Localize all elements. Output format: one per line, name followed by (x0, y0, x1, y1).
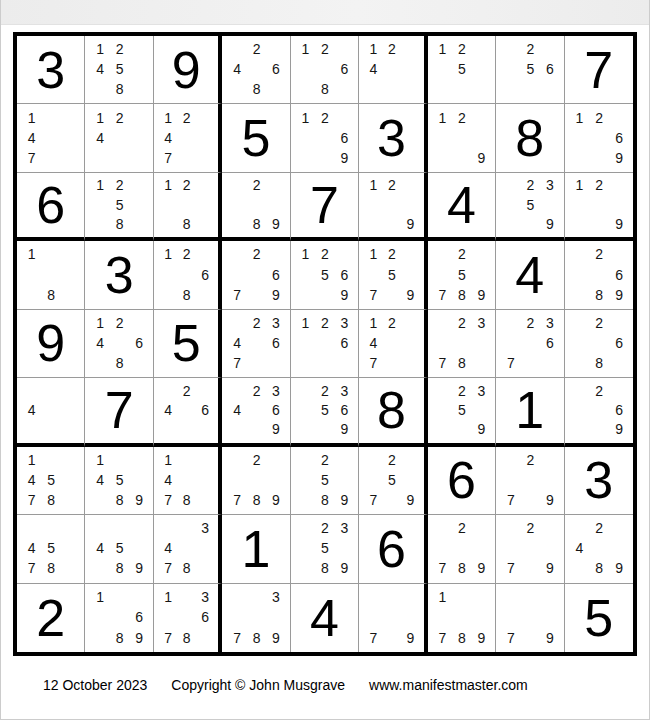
page: 3124589246812681241252567147124124751269… (0, 0, 650, 720)
candidate-digit: 5 (41, 470, 60, 490)
candidate-digit: 7 (364, 285, 382, 305)
given-digit: 6 (17, 173, 84, 237)
pencil-marks: 124 (359, 36, 423, 103)
cell-r5c8[interactable]: 2367 (496, 310, 564, 378)
cell-r5c4[interactable]: 23467 (222, 310, 290, 378)
candidate-digit: 2 (452, 313, 471, 333)
candidate-digit: 2 (521, 450, 540, 470)
candidate-digit: 7 (159, 148, 177, 168)
cell-r2c8[interactable]: 8 (496, 104, 564, 172)
candidate-digit: 2 (521, 518, 540, 538)
candidate-digit: 5 (452, 59, 471, 79)
candidate-digit: 8 (315, 490, 334, 510)
candidate-digit: 3 (196, 518, 214, 538)
pencil-marks: 1789 (428, 584, 495, 652)
candidate-digit: 9 (472, 558, 491, 578)
candidate-digit: 9 (335, 490, 354, 510)
pencil-marks: 129 (428, 104, 495, 171)
cell-r6c8[interactable]: 1 (496, 378, 564, 446)
candidate-digit: 1 (22, 450, 41, 470)
candidate-digit: 7 (433, 628, 452, 648)
candidate-digit: 6 (540, 333, 559, 353)
candidate-digit: 9 (266, 420, 285, 439)
candidate-digit: 7 (501, 490, 520, 510)
candidate-digit: 8 (110, 214, 129, 233)
candidate-digit: 7 (227, 285, 246, 305)
cell-r7c5[interactable]: 2589 (291, 447, 359, 515)
cell-r1c9[interactable]: 7 (565, 36, 633, 104)
candidate-digit: 9 (609, 558, 629, 578)
candidate-digit: 9 (609, 420, 629, 439)
cell-r3c2[interactable]: 1258 (85, 173, 153, 241)
pencil-marks: 125 (428, 36, 495, 103)
candidate-digit: 1 (90, 107, 109, 127)
cell-r4c3[interactable]: 1268 (154, 241, 222, 309)
candidate-digit: 4 (22, 128, 41, 148)
candidate-digit: 1 (364, 176, 382, 195)
candidate-digit: 2 (315, 518, 334, 538)
given-digit: 4 (496, 241, 563, 308)
candidate-digit: 3 (335, 381, 354, 400)
cell-r6c7[interactable]: 2359 (428, 378, 496, 446)
cell-r3c6[interactable]: 129 (359, 173, 427, 241)
candidate-digit: 7 (433, 353, 452, 373)
candidate-digit: 4 (90, 59, 109, 79)
candidate-digit: 2 (452, 518, 471, 538)
candidate-digit: 2 (110, 107, 129, 127)
cell-r9c9[interactable]: 5 (565, 584, 633, 652)
candidate-digit: 9 (401, 214, 419, 233)
pencil-marks: 2789 (428, 515, 495, 582)
candidate-digit: 5 (110, 195, 129, 214)
candidate-digit: 8 (110, 79, 129, 99)
candidate-digit: 9 (266, 285, 285, 305)
given-digit: 7 (565, 36, 633, 103)
candidate-digit: 2 (315, 313, 334, 333)
candidate-digit: 5 (452, 400, 471, 419)
cell-r5c3[interactable]: 5 (154, 310, 222, 378)
pencil-marks: 1258 (85, 173, 152, 237)
candidate-digit: 1 (296, 313, 315, 333)
cell-r5c7[interactable]: 2378 (428, 310, 496, 378)
candidate-digit: 8 (247, 628, 266, 648)
candidate-digit: 8 (110, 628, 129, 648)
pencil-marks: 23589 (291, 515, 358, 582)
candidate-digit: 6 (609, 400, 629, 419)
candidate-digit: 2 (247, 244, 266, 264)
cell-r1c8[interactable]: 256 (496, 36, 564, 104)
candidate-digit: 1 (90, 450, 109, 470)
candidate-digit: 9 (129, 628, 148, 648)
candidate-digit: 4 (159, 128, 177, 148)
candidate-digit: 5 (110, 538, 129, 558)
candidate-digit: 1 (159, 176, 177, 195)
candidate-digit: 8 (110, 558, 129, 578)
pencil-marks: 12579 (359, 241, 423, 308)
cell-r6c2[interactable]: 7 (85, 378, 153, 446)
candidate-digit: 6 (540, 59, 559, 79)
given-digit: 1 (222, 515, 289, 582)
cell-r4c7[interactable]: 25789 (428, 241, 496, 309)
candidate-digit: 2 (589, 313, 609, 333)
cell-r9c2[interactable]: 1689 (85, 584, 153, 652)
pencil-marks: 79 (359, 584, 423, 652)
cell-r7c7[interactable]: 6 (428, 447, 496, 515)
candidate-digit: 2 (521, 313, 540, 333)
given-digit: 7 (85, 378, 152, 442)
given-digit: 9 (154, 36, 218, 103)
cell-r8c7[interactable]: 2789 (428, 515, 496, 583)
cell-r2c6[interactable]: 3 (359, 104, 427, 172)
given-digit: 6 (428, 447, 495, 514)
given-digit: 5 (222, 104, 289, 171)
candidate-digit: 9 (129, 490, 148, 510)
given-digit: 3 (359, 104, 423, 171)
candidate-digit: 1 (159, 587, 177, 607)
cell-r8c6[interactable]: 6 (359, 515, 427, 583)
pencil-marks: 13678 (154, 584, 218, 652)
candidate-digit: 1 (90, 587, 109, 607)
candidate-digit: 2 (452, 107, 471, 127)
cell-r1c4[interactable]: 2468 (222, 36, 290, 104)
pencil-marks: 1247 (154, 104, 218, 171)
pencil-marks: 268 (565, 310, 633, 377)
pencil-marks: 23469 (222, 378, 289, 442)
pencil-marks: 2468 (222, 36, 289, 103)
pencil-marks: 279 (496, 447, 563, 514)
candidate-digit: 2 (383, 450, 401, 470)
pencil-marks: 1269 (291, 104, 358, 171)
cell-r8c3[interactable]: 3478 (154, 515, 222, 583)
candidate-digit: 9 (609, 285, 629, 305)
candidate-digit: 7 (227, 490, 246, 510)
pencil-marks: 2367 (496, 310, 563, 377)
candidate-digit: 1 (433, 107, 452, 127)
candidate-digit: 2 (452, 381, 471, 400)
cell-r2c3[interactable]: 1247 (154, 104, 222, 172)
candidate-digit: 1 (90, 176, 109, 195)
candidate-digit: 9 (609, 148, 629, 168)
candidate-digit: 2 (177, 107, 195, 127)
candidate-digit: 5 (383, 264, 401, 284)
candidate-digit: 5 (315, 538, 334, 558)
puzzle-date: 12 October 2023 (43, 677, 147, 693)
candidate-digit: 6 (335, 264, 354, 284)
candidate-digit: 8 (110, 490, 129, 510)
candidate-digit: 3 (266, 313, 285, 333)
candidate-digit: 8 (41, 490, 60, 510)
cell-r3c3[interactable]: 128 (154, 173, 222, 241)
pencil-marks: 1236 (291, 310, 358, 377)
cell-r4c8[interactable]: 4 (496, 241, 564, 309)
candidate-digit: 8 (177, 558, 195, 578)
cell-r4c4[interactable]: 2679 (222, 241, 290, 309)
candidate-digit: 8 (247, 79, 266, 99)
candidate-digit: 1 (296, 107, 315, 127)
cell-r3c7[interactable]: 4 (428, 173, 496, 241)
candidate-digit: 8 (177, 490, 195, 510)
cell-r9c1[interactable]: 2 (17, 584, 85, 652)
website-url: www.manifestmaster.com (369, 677, 528, 693)
cell-r1c1[interactable]: 3 (17, 36, 85, 104)
candidate-digit: 4 (90, 470, 109, 490)
cell-r7c6[interactable]: 2579 (359, 447, 427, 515)
candidate-digit: 2 (177, 244, 195, 264)
candidate-digit: 7 (364, 490, 382, 510)
cell-r2c7[interactable]: 129 (428, 104, 496, 172)
candidate-digit: 7 (364, 628, 382, 648)
cell-r6c3[interactable]: 246 (154, 378, 222, 446)
pencil-marks: 2689 (565, 241, 633, 308)
pencil-marks: 2359 (496, 173, 563, 237)
candidate-digit: 3 (472, 313, 491, 333)
pencil-marks: 269 (565, 378, 633, 442)
cell-r9c5[interactable]: 4 (291, 584, 359, 652)
candidate-digit: 1 (433, 587, 452, 607)
cell-r2c5[interactable]: 1269 (291, 104, 359, 172)
candidate-digit: 7 (159, 558, 177, 578)
candidate-digit: 9 (401, 285, 419, 305)
cell-r6c6[interactable]: 8 (359, 378, 427, 446)
pencil-marks: 2489 (565, 515, 633, 582)
cell-r9c4[interactable]: 3789 (222, 584, 290, 652)
pencil-marks: 2359 (428, 378, 495, 442)
candidate-digit: 2 (315, 244, 334, 264)
candidate-digit: 2 (315, 39, 334, 59)
pencil-marks: 12458 (85, 36, 152, 103)
cell-r4c1[interactable]: 18 (17, 241, 85, 309)
candidate-digit: 4 (364, 333, 382, 353)
cell-r6c5[interactable]: 23569 (291, 378, 359, 446)
candidate-digit: 2 (383, 176, 401, 195)
candidate-digit: 8 (247, 490, 266, 510)
candidate-digit: 8 (41, 285, 60, 305)
given-digit: 3 (17, 36, 84, 103)
candidate-digit: 3 (266, 381, 285, 400)
cell-r2c9[interactable]: 1269 (565, 104, 633, 172)
candidate-digit: 9 (540, 628, 559, 648)
cell-r8c4[interactable]: 1 (222, 515, 290, 583)
pencil-marks: 1689 (85, 584, 152, 652)
cell-r7c4[interactable]: 2789 (222, 447, 290, 515)
pencil-marks: 79 (496, 584, 563, 652)
cell-r7c2[interactable]: 14589 (85, 447, 153, 515)
cell-r6c4[interactable]: 23469 (222, 378, 290, 446)
pencil-marks: 23467 (222, 310, 289, 377)
cell-r9c7[interactable]: 1789 (428, 584, 496, 652)
pencil-marks: 3478 (154, 515, 218, 582)
candidate-digit: 4 (364, 59, 382, 79)
candidate-digit: 2 (315, 381, 334, 400)
candidate-digit: 2 (315, 107, 334, 127)
candidate-digit: 8 (452, 628, 471, 648)
pencil-marks: 128 (154, 173, 218, 237)
cell-r4c5[interactable]: 12569 (291, 241, 359, 309)
pencil-marks: 25789 (428, 241, 495, 308)
candidate-digit: 4 (90, 538, 109, 558)
cell-r8c8[interactable]: 279 (496, 515, 564, 583)
candidate-digit: 2 (589, 107, 609, 127)
cell-r1c7[interactable]: 125 (428, 36, 496, 104)
candidate-digit: 2 (247, 176, 266, 195)
cell-r5c6[interactable]: 1247 (359, 310, 427, 378)
candidate-digit: 4 (22, 400, 41, 419)
candidate-digit: 7 (501, 628, 520, 648)
candidate-digit: 1 (296, 244, 315, 264)
cell-r8c5[interactable]: 23589 (291, 515, 359, 583)
candidate-digit: 9 (401, 628, 419, 648)
cell-r1c6[interactable]: 124 (359, 36, 427, 104)
given-digit: 8 (359, 378, 423, 442)
candidate-digit: 7 (364, 353, 382, 373)
pencil-marks: 1269 (565, 104, 633, 171)
cell-r7c3[interactable]: 1478 (154, 447, 222, 515)
candidate-digit: 6 (609, 333, 629, 353)
candidate-digit: 6 (266, 264, 285, 284)
candidate-digit: 6 (266, 400, 285, 419)
pencil-marks: 1268 (291, 36, 358, 103)
pencil-marks: 279 (496, 515, 563, 582)
candidate-digit: 1 (364, 39, 382, 59)
cell-r7c9[interactable]: 3 (565, 447, 633, 515)
cell-r9c8[interactable]: 79 (496, 584, 564, 652)
candidate-digit: 8 (315, 79, 334, 99)
cell-r2c4[interactable]: 5 (222, 104, 290, 172)
candidate-digit: 8 (452, 558, 471, 578)
candidate-digit: 2 (110, 39, 129, 59)
cell-r3c8[interactable]: 2359 (496, 173, 564, 241)
candidate-digit: 2 (589, 176, 609, 195)
candidate-digit: 6 (335, 400, 354, 419)
candidate-digit: 6 (196, 607, 214, 627)
candidate-digit: 1 (364, 244, 382, 264)
cell-r6c1[interactable]: 4 (17, 378, 85, 446)
candidate-digit: 6 (129, 333, 148, 353)
candidate-digit: 9 (540, 214, 559, 233)
candidate-digit: 9 (335, 148, 354, 168)
cell-r3c9[interactable]: 129 (565, 173, 633, 241)
candidate-digit: 2 (247, 450, 266, 470)
candidate-digit: 7 (433, 558, 452, 578)
candidate-digit: 4 (227, 59, 246, 79)
candidate-digit: 1 (90, 39, 109, 59)
cell-r8c1[interactable]: 4578 (17, 515, 85, 583)
candidate-digit: 8 (589, 558, 609, 578)
candidate-digit: 6 (266, 333, 285, 353)
cell-r1c3[interactable]: 9 (154, 36, 222, 104)
candidate-digit: 9 (472, 148, 491, 168)
candidate-digit: 8 (247, 214, 266, 233)
pencil-marks: 2679 (222, 241, 289, 308)
candidate-digit: 8 (177, 214, 195, 233)
candidate-digit: 2 (315, 450, 334, 470)
candidate-digit: 5 (452, 264, 471, 284)
cell-r4c2[interactable]: 3 (85, 241, 153, 309)
given-digit: 1 (496, 378, 563, 442)
cell-r4c6[interactable]: 12579 (359, 241, 427, 309)
cell-r5c2[interactable]: 12468 (85, 310, 153, 378)
candidate-digit: 8 (110, 353, 129, 373)
cell-r1c2[interactable]: 12458 (85, 36, 153, 104)
candidate-digit: 9 (401, 490, 419, 510)
candidate-digit: 4 (90, 333, 109, 353)
candidate-digit: 1 (433, 39, 452, 59)
footer: 12 October 2023 Copyright © John Musgrav… (43, 677, 649, 693)
candidate-digit: 2 (589, 381, 609, 400)
cell-r5c1[interactable]: 9 (17, 310, 85, 378)
candidate-digit: 9 (540, 558, 559, 578)
cell-r6c9[interactable]: 269 (565, 378, 633, 446)
pencil-marks: 4 (17, 378, 84, 442)
cell-r5c5[interactable]: 1236 (291, 310, 359, 378)
cell-r7c8[interactable]: 279 (496, 447, 564, 515)
pencil-marks: 1268 (154, 241, 218, 308)
candidate-digit: 3 (335, 518, 354, 538)
cell-r4c9[interactable]: 2689 (565, 241, 633, 309)
candidate-digit: 8 (177, 285, 195, 305)
candidate-digit: 6 (129, 607, 148, 627)
cell-r2c1[interactable]: 147 (17, 104, 85, 172)
cell-r3c1[interactable]: 6 (17, 173, 85, 241)
candidate-digit: 9 (266, 214, 285, 233)
candidate-digit: 2 (383, 244, 401, 264)
candidate-digit: 8 (41, 558, 60, 578)
candidate-digit: 2 (383, 313, 401, 333)
candidate-digit: 2 (247, 313, 266, 333)
cell-r1c5[interactable]: 1268 (291, 36, 359, 104)
candidate-digit: 5 (315, 470, 334, 490)
candidate-digit: 1 (22, 244, 41, 264)
cell-r9c6[interactable]: 79 (359, 584, 427, 652)
candidate-digit: 6 (266, 59, 285, 79)
candidate-digit: 2 (383, 39, 401, 59)
cell-r3c4[interactable]: 289 (222, 173, 290, 241)
candidate-digit: 7 (22, 148, 41, 168)
candidate-digit: 9 (266, 490, 285, 510)
cell-r2c2[interactable]: 124 (85, 104, 153, 172)
cell-r8c9[interactable]: 2489 (565, 515, 633, 583)
candidate-digit: 9 (472, 628, 491, 648)
candidate-digit: 7 (227, 353, 246, 373)
candidate-digit: 4 (22, 538, 41, 558)
candidate-digit: 5 (315, 400, 334, 419)
candidate-digit: 4 (227, 333, 246, 353)
candidate-digit: 5 (41, 538, 60, 558)
candidate-digit: 4 (159, 400, 177, 419)
pencil-marks: 12468 (85, 310, 152, 377)
candidate-digit: 5 (383, 470, 401, 490)
candidate-digit: 5 (521, 59, 540, 79)
pencil-marks: 18 (17, 241, 84, 308)
cell-r5c9[interactable]: 268 (565, 310, 633, 378)
cell-r3c5[interactable]: 7 (291, 173, 359, 241)
candidate-digit: 7 (22, 490, 41, 510)
cell-r7c1[interactable]: 14578 (17, 447, 85, 515)
candidate-digit: 9 (129, 558, 148, 578)
pencil-marks: 129 (359, 173, 423, 237)
candidate-digit: 6 (196, 400, 214, 419)
candidate-digit: 6 (609, 128, 629, 148)
pencil-marks: 2589 (291, 447, 358, 514)
candidate-digit: 2 (589, 518, 609, 538)
candidate-digit: 6 (335, 59, 354, 79)
candidate-digit: 3 (472, 381, 491, 400)
cell-r9c3[interactable]: 13678 (154, 584, 222, 652)
candidate-digit: 2 (110, 313, 129, 333)
candidate-digit: 3 (540, 313, 559, 333)
candidate-digit: 8 (177, 628, 195, 648)
cell-r8c2[interactable]: 4589 (85, 515, 153, 583)
